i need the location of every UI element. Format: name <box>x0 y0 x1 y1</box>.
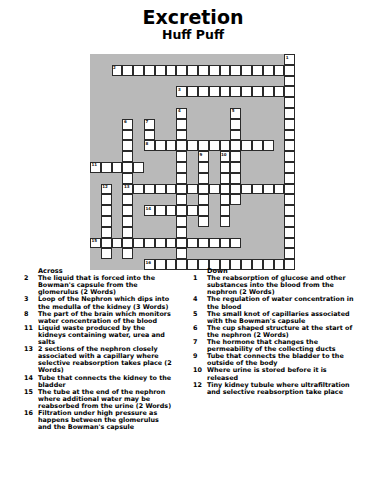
grid-cell[interactable] <box>155 184 166 195</box>
grid-cell[interactable] <box>101 227 112 238</box>
grid-cell[interactable] <box>101 194 112 205</box>
clue: 12Tiny kidney tubule where ultrafiltrati… <box>193 382 365 396</box>
grid-cell[interactable]: 12 <box>101 184 112 195</box>
down-clue-list: 1The reabsorption of glucose and other s… <box>193 275 365 396</box>
clue-number: 15 <box>24 389 38 396</box>
grid-cell[interactable]: 2 <box>112 65 123 76</box>
grid-cell[interactable] <box>122 173 133 184</box>
clue: 5The small knot of capillaries associate… <box>193 311 365 325</box>
grid-cell[interactable] <box>230 238 241 249</box>
grid-cell[interactable] <box>198 65 209 76</box>
grid-cell[interactable] <box>220 184 231 195</box>
grid-cell[interactable] <box>209 65 220 76</box>
cell-number: 13 <box>124 184 130 189</box>
clue-text: The hormone that changes the permeabilit… <box>207 339 357 353</box>
grid-cell[interactable] <box>144 130 155 141</box>
puzzle-title: Excretion <box>0 6 386 28</box>
grid-cell[interactable]: 6 <box>122 119 133 130</box>
clue-number: 8 <box>24 311 38 318</box>
cell-number: 2 <box>113 65 116 70</box>
clue: 3Loop of the Nephron which dips into the… <box>24 296 186 310</box>
grid-cell[interactable] <box>284 65 295 76</box>
grid-cell[interactable] <box>176 65 187 76</box>
grid-cell[interactable] <box>176 140 187 151</box>
cell-number: 10 <box>221 152 227 157</box>
grid-cell[interactable] <box>230 173 241 184</box>
grid-cell[interactable] <box>176 130 187 141</box>
clue-text: Loop of the Nephron which dips into the … <box>38 296 174 310</box>
grid-cell[interactable] <box>198 86 209 97</box>
grid-cell[interactable] <box>176 227 187 238</box>
clue-text: The part of the brain which monitors wat… <box>38 311 174 325</box>
grid-cell[interactable] <box>176 151 187 162</box>
grid-cell[interactable] <box>176 216 187 227</box>
clue-number: 9 <box>193 353 207 360</box>
grid-cell[interactable] <box>187 238 198 249</box>
grid-cell[interactable] <box>166 184 177 195</box>
grid-cell[interactable] <box>220 216 231 227</box>
grid-cell[interactable] <box>112 162 123 173</box>
cell-number: 7 <box>145 119 148 124</box>
grid-cell[interactable] <box>284 86 295 97</box>
grid-cell[interactable] <box>133 162 144 173</box>
clue: 16Filtration under high pressure as happ… <box>24 410 186 431</box>
grid-cell[interactable]: 3 <box>176 86 187 97</box>
grid-cell[interactable] <box>252 86 263 97</box>
clue-text: Filtration under high pressure as happen… <box>38 410 174 431</box>
grid-cell[interactable] <box>176 173 187 184</box>
grid-cell[interactable] <box>252 140 263 151</box>
clue: 11Liquid waste produced by the kidneys c… <box>24 325 186 346</box>
clue: 6The cup shaped structure at the start o… <box>193 325 365 339</box>
clue: 4The regulation of water concentration i… <box>193 296 365 310</box>
down-clues-section: Down 1The reabsorption of glucose and ot… <box>193 268 365 396</box>
grid-cell[interactable] <box>144 238 155 249</box>
grid-cell[interactable] <box>133 184 144 195</box>
clue: 7The hormone that changes the permeabili… <box>193 339 365 353</box>
grid-cell[interactable] <box>263 184 274 195</box>
clue-text: Tube that connects the bladder to the ou… <box>207 353 357 367</box>
cell-number: 15 <box>92 238 98 243</box>
grid-cell[interactable] <box>122 140 133 151</box>
grid-cell[interactable] <box>284 140 295 151</box>
grid-cell[interactable] <box>274 86 285 97</box>
clue-number: 10 <box>193 367 207 374</box>
clue: 2The liquid that is forced into the Bowm… <box>24 275 186 296</box>
grid-cell[interactable] <box>101 248 112 259</box>
clue-number: 11 <box>24 325 38 332</box>
grid-cell[interactable]: 8 <box>144 140 155 151</box>
grid-cell[interactable] <box>230 130 241 141</box>
grid-cell[interactable] <box>220 65 231 76</box>
clue-number: 12 <box>193 382 207 389</box>
puzzle-subtitle: Huff Puff <box>0 27 386 42</box>
clue: 15The tube at the end of the nephron whe… <box>24 389 186 410</box>
grid-cell[interactable] <box>144 184 155 195</box>
grid-cell[interactable] <box>284 184 295 195</box>
grid-cell[interactable]: 1 <box>284 54 295 65</box>
clue: 1The reabsorption of glucose and other s… <box>193 275 365 296</box>
grid-cell[interactable] <box>230 162 241 173</box>
grid-cell[interactable] <box>220 162 231 173</box>
grid-cell[interactable] <box>122 194 133 205</box>
grid-cell[interactable] <box>284 108 295 119</box>
grid-cell[interactable] <box>133 238 144 249</box>
cell-number: 16 <box>145 260 151 265</box>
grid-cell[interactable] <box>284 227 295 238</box>
grid-cell[interactable] <box>198 162 209 173</box>
grid-cell[interactable] <box>166 65 177 76</box>
clue-number: 16 <box>24 410 38 417</box>
grid-cell[interactable] <box>122 238 133 249</box>
grid-cell[interactable]: 7 <box>144 119 155 130</box>
cell-number: 1 <box>286 55 289 60</box>
grid-cell[interactable] <box>284 162 295 173</box>
clue: 10Where urine is stored before it is rel… <box>193 367 365 381</box>
grid-cell[interactable] <box>187 65 198 76</box>
grid-cell[interactable] <box>209 238 220 249</box>
clue: 132 sections of the nephron closely asso… <box>24 346 186 374</box>
grid-cell[interactable]: 10 <box>220 151 231 162</box>
grid-cell[interactable] <box>220 140 231 151</box>
grid-cell[interactable] <box>230 119 241 130</box>
cell-number: 8 <box>145 141 148 146</box>
grid-cell[interactable] <box>284 205 295 216</box>
cell-number: 4 <box>178 108 181 113</box>
grid-cell[interactable]: 9 <box>198 151 209 162</box>
grid-cell[interactable] <box>284 130 295 141</box>
cell-number: 12 <box>102 184 108 189</box>
grid-cell[interactable] <box>284 173 295 184</box>
clue-number: 3 <box>24 296 38 303</box>
clue-text: Liquid waste produced by the kidneys con… <box>38 325 174 346</box>
grid-cell[interactable]: 5 <box>230 108 241 119</box>
grid-cell[interactable] <box>220 86 231 97</box>
across-clues-section: Across 2The liquid that is forced into t… <box>24 268 186 431</box>
grid-cell[interactable] <box>166 205 177 216</box>
grid-cell[interactable] <box>155 65 166 76</box>
clue: 9Tube that connects the bladder to the o… <box>193 353 365 367</box>
grid-cell[interactable] <box>176 205 187 216</box>
grid-cell[interactable] <box>101 205 112 216</box>
grid-cell[interactable] <box>122 248 133 259</box>
grid-cell[interactable] <box>176 162 187 173</box>
grid-cell[interactable] <box>263 86 274 97</box>
grid-cell[interactable] <box>155 238 166 249</box>
clue-text: Tube that connects the kidney to the bla… <box>38 375 174 389</box>
grid-cell[interactable] <box>209 140 220 151</box>
grid-cell[interactable] <box>220 238 231 249</box>
grid-cell[interactable] <box>284 119 295 130</box>
grid-cell[interactable] <box>209 184 220 195</box>
grid-cell[interactable] <box>187 184 198 195</box>
grid-cell[interactable] <box>284 194 295 205</box>
grid-cell[interactable] <box>241 65 252 76</box>
clue-number: 1 <box>193 275 207 282</box>
grid-cell[interactable]: 4 <box>176 108 187 119</box>
grid-cell[interactable] <box>198 238 209 249</box>
grid-cell[interactable] <box>230 151 241 162</box>
cell-number: 6 <box>124 119 127 124</box>
grid-cell[interactable] <box>176 184 187 195</box>
grid-cell[interactable] <box>220 173 231 184</box>
clue-number: 2 <box>24 275 38 282</box>
grid-cell[interactable] <box>284 76 295 87</box>
across-clue-list: 2The liquid that is forced into the Bowm… <box>24 275 186 431</box>
grid-cell[interactable] <box>187 205 198 216</box>
grid-cell[interactable] <box>230 65 241 76</box>
grid-cell[interactable] <box>284 248 295 259</box>
grid-cell[interactable]: 14 <box>144 205 155 216</box>
clue-text: The small knot of capillaries associated… <box>207 311 357 325</box>
grid-cell[interactable] <box>122 130 133 141</box>
grid-cell[interactable] <box>198 205 209 216</box>
clue-number: 6 <box>193 325 207 332</box>
grid-cell[interactable] <box>176 248 187 259</box>
grid-cell[interactable] <box>263 140 274 151</box>
grid-cell[interactable] <box>198 173 209 184</box>
cell-number: 3 <box>178 87 181 92</box>
grid-cell[interactable] <box>122 151 133 162</box>
grid-cell[interactable] <box>209 86 220 97</box>
grid-cell[interactable] <box>101 216 112 227</box>
grid-cell[interactable] <box>166 140 177 151</box>
grid-cell[interactable] <box>166 238 177 249</box>
grid-cell[interactable] <box>241 140 252 151</box>
crossword-grid: 12345678910111213141516 <box>90 54 295 270</box>
grid-cell[interactable] <box>122 216 133 227</box>
cell-number: 11 <box>92 162 98 167</box>
grid-cell[interactable] <box>198 194 209 205</box>
grid-cell[interactable] <box>198 184 209 195</box>
cell-number: 14 <box>145 206 151 211</box>
grid-cell[interactable] <box>122 227 133 238</box>
cell-number: 9 <box>199 152 202 157</box>
grid-cell[interactable] <box>230 184 241 195</box>
clue-text: The tube at the end of the nephron where… <box>38 389 174 410</box>
grid-cell[interactable] <box>101 238 112 249</box>
grid-cell[interactable] <box>263 65 274 76</box>
grid-cell[interactable] <box>144 65 155 76</box>
grid-cell[interactable] <box>122 65 133 76</box>
grid-cell[interactable] <box>241 184 252 195</box>
grid-cell[interactable] <box>274 184 285 195</box>
grid-cell[interactable] <box>220 205 231 216</box>
grid-cell[interactable] <box>284 151 295 162</box>
grid-cell[interactable] <box>230 194 241 205</box>
grid-cell[interactable]: 13 <box>122 184 133 195</box>
grid-cell[interactable] <box>176 238 187 249</box>
grid-cell[interactable] <box>241 86 252 97</box>
clue-text: The liquid that is forced into the Bowma… <box>38 275 174 296</box>
grid-cell[interactable] <box>252 65 263 76</box>
clue-number: 14 <box>24 375 38 382</box>
grid-cell[interactable] <box>230 140 241 151</box>
grid-cell[interactable] <box>112 238 123 249</box>
grid-cell[interactable] <box>155 205 166 216</box>
clue-text: The cup shaped structure at the start of… <box>207 325 357 339</box>
grid-cell[interactable] <box>274 65 285 76</box>
grid-cell[interactable]: 11 <box>90 162 101 173</box>
clue-number: 4 <box>193 296 207 303</box>
clue-text: Where urine is stored before it is relea… <box>207 367 357 381</box>
grid-cell[interactable] <box>155 140 166 151</box>
grid-cell[interactable] <box>284 216 295 227</box>
clue: 8The part of the brain which monitors wa… <box>24 311 186 325</box>
clue-text: 2 sections of the nephron closely associ… <box>38 346 174 374</box>
clue-number: 13 <box>24 346 38 353</box>
clue-text: The reabsorption of glucose and other su… <box>207 275 357 296</box>
clue: 14Tube that connects the kidney to the b… <box>24 375 186 389</box>
grid-cell[interactable] <box>284 238 295 249</box>
grid-cell[interactable] <box>176 194 187 205</box>
clue-text: Tiny kidney tubule where ultrafiltration… <box>207 382 357 396</box>
grid-cell[interactable] <box>187 86 198 97</box>
grid-cell[interactable] <box>187 140 198 151</box>
grid-cell[interactable] <box>198 216 209 227</box>
grid-cell[interactable] <box>252 184 263 195</box>
grid-cell[interactable] <box>133 65 144 76</box>
clue-text: The regulation of water concentration in… <box>207 296 357 310</box>
grid-cell[interactable] <box>284 97 295 108</box>
grid-cell[interactable] <box>122 205 133 216</box>
grid-cell[interactable] <box>230 86 241 97</box>
cell-number: 5 <box>232 108 235 113</box>
clue-number: 7 <box>193 339 207 346</box>
grid-cell[interactable] <box>220 194 231 205</box>
grid-cell[interactable] <box>101 162 112 173</box>
grid-cell[interactable] <box>198 140 209 151</box>
grid-cell[interactable] <box>176 119 187 130</box>
clue-number: 5 <box>193 311 207 318</box>
grid-cell[interactable] <box>122 162 133 173</box>
grid-cell[interactable]: 15 <box>90 238 101 249</box>
